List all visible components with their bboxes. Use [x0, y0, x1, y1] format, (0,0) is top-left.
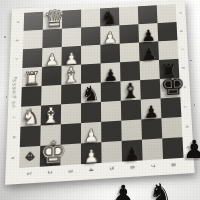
square-d6	[120, 61, 140, 81]
file-label-right-e: e	[175, 83, 195, 92]
square-a1	[24, 12, 44, 31]
file-label-right-a: a	[171, 9, 190, 17]
table-speck	[4, 36, 6, 38]
file-label-right-c: c	[173, 45, 193, 54]
board-grid: ♛♞♟♟♟♟♟♜♝♟♜♞♝♚♞♝♟♟↔↕♚♟♟	[19, 4, 183, 168]
square-f5	[101, 101, 121, 122]
square-g5	[101, 121, 122, 143]
rank-label-6: 6	[126, 156, 139, 178]
rank-label-8: 8	[167, 154, 180, 176]
square-c6	[120, 42, 140, 62]
file-label-right-d: d	[174, 64, 194, 73]
square-g1	[20, 126, 41, 148]
rank-label-5: 5	[106, 158, 119, 180]
file-label-right-g: g	[177, 122, 198, 131]
photo-background: US CHESS abcdefgh ♛♞♟♟♟♟♟♜♝♟♜♞♝♚♞♝♟♟↔↕♚♟…	[0, 0, 200, 200]
square-a6	[119, 6, 138, 25]
square-c5	[100, 44, 120, 64]
square-d3: ♝	[61, 65, 81, 85]
square-e6: ♝	[120, 80, 140, 101]
captured-piece-black-knight-2: ♞	[149, 180, 172, 200]
square-a2: ♛	[43, 11, 62, 30]
square-g6	[121, 119, 142, 141]
square-b4	[81, 26, 100, 45]
chess-board: US CHESS abcdefgh ♛♞♟♟♟♟♟♜♝♟♜♞♝♚♞♝♟♟↔↕♚♟…	[5, 0, 195, 185]
square-c1	[22, 48, 42, 68]
square-a5: ♞	[100, 7, 119, 26]
square-d1: ♜	[22, 67, 42, 87]
square-c2: ♟	[42, 47, 62, 67]
square-c4	[81, 45, 101, 65]
square-g3	[61, 123, 81, 145]
rank-label-4: 4	[85, 159, 97, 181]
square-f6	[121, 100, 141, 121]
file-label-right-b: b	[172, 27, 192, 35]
square-e4: ♞	[81, 83, 101, 104]
square-f1: ♞	[20, 106, 41, 127]
square-g7	[141, 118, 162, 139]
captured-piece-black-pawn-0: ♟	[183, 137, 200, 162]
square-g2	[40, 124, 61, 146]
square-d4	[81, 63, 101, 83]
rank-label-7: 7	[147, 155, 160, 177]
square-f4	[81, 102, 101, 123]
square-b7: ♟	[138, 23, 158, 42]
square-b3	[62, 28, 81, 47]
square-e1	[21, 86, 41, 107]
square-b2	[42, 29, 62, 48]
square-b1	[23, 30, 43, 50]
square-c7: ♟	[139, 41, 159, 61]
square-e7	[140, 79, 160, 100]
square-e5	[101, 81, 121, 102]
rank-label-3: 3	[64, 160, 77, 182]
square-d2	[42, 66, 62, 86]
file-label-right-f: f	[176, 102, 196, 111]
rank-label-2: 2	[44, 162, 57, 184]
square-b5: ♟	[100, 25, 119, 44]
square-a7	[138, 5, 158, 24]
square-b6	[119, 24, 139, 43]
square-d5: ♟	[101, 62, 121, 82]
square-f3	[61, 103, 81, 124]
square-a4	[81, 8, 100, 27]
square-e2	[41, 85, 61, 106]
square-h1: ↔↕	[19, 146, 40, 168]
square-c3: ♟	[62, 46, 82, 66]
square-f2: ♝	[41, 104, 61, 125]
captured-piece-black-pawn-1: ♟	[112, 182, 134, 200]
table-speck	[190, 60, 192, 61]
square-g4: ♟	[81, 122, 101, 144]
square-f7: ♟	[141, 98, 162, 119]
square-e3	[61, 84, 81, 105]
square-a3	[62, 10, 81, 29]
square-d7	[140, 60, 160, 80]
corner-logo-icon: ↔↕	[19, 146, 40, 168]
